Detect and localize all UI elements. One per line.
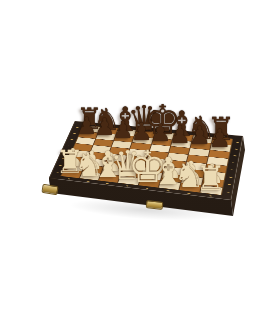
frame-dot (68, 146, 70, 147)
frame-dot (145, 129, 147, 130)
frame-dot (231, 169, 233, 170)
frame-dot (62, 158, 64, 159)
frame-dot (228, 184, 230, 185)
frame-dot (106, 183, 108, 184)
frame-dot (91, 124, 93, 125)
square-d1 (118, 176, 139, 185)
square-f1 (159, 181, 181, 190)
brass-clasp (146, 200, 164, 210)
square-g1 (179, 183, 201, 192)
frame-dot (59, 165, 61, 166)
product-photo-chess-set: ♜♞♝♛♚♝♞♜♟♟♟♟♟♟♟♟♟♟♟♟♟♟♟♟♜♞♝♛♚♝♞♜ (0, 0, 260, 320)
frame-dot (87, 181, 89, 182)
frame-dot (164, 130, 166, 131)
square-a1 (61, 169, 82, 178)
frame-dot (234, 155, 236, 156)
frame-dot (56, 172, 58, 173)
frame-dot (167, 190, 169, 191)
frame-dot (188, 193, 190, 194)
frame-dot (183, 132, 185, 133)
frame-dot (65, 152, 67, 153)
frame-dot (235, 149, 237, 150)
frame-dot (232, 162, 234, 163)
square-e1 (138, 178, 159, 187)
frame-dot (236, 142, 238, 143)
frame-dot (146, 188, 148, 189)
frame-dot (227, 192, 230, 193)
square-c1 (99, 174, 120, 183)
frame-dot (74, 133, 76, 134)
frame-dot (222, 136, 224, 137)
frame-dot (230, 177, 232, 178)
frame-dot (126, 185, 128, 186)
frame-dot (76, 127, 78, 128)
frame-dot (71, 139, 73, 140)
frame-dot (202, 134, 204, 135)
frame-dot (68, 178, 70, 179)
frame-dot (127, 127, 129, 128)
square-h1 (200, 185, 222, 195)
frame-dot (109, 126, 111, 127)
frame-dot (209, 195, 212, 196)
square-b1 (80, 172, 101, 181)
